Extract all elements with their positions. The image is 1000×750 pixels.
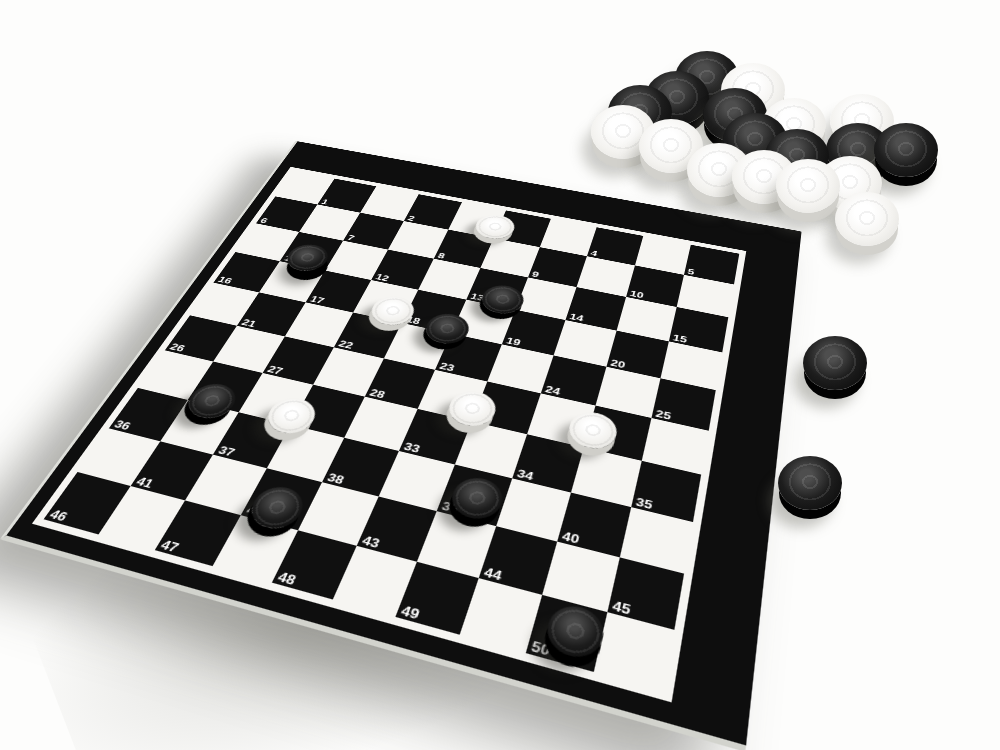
square-number: 47 bbox=[159, 538, 182, 555]
loose-checker-black-20 bbox=[778, 456, 842, 510]
loose-checker-white-18 bbox=[835, 192, 899, 246]
loose-checker-white-17 bbox=[776, 159, 840, 213]
square-number: 48 bbox=[276, 570, 298, 587]
loose-checker-black-19 bbox=[803, 336, 867, 390]
square-number: 49 bbox=[399, 603, 421, 621]
square-number: 50 bbox=[530, 639, 552, 658]
product-photo-stage: 1234567891011121314151617181920212223242… bbox=[0, 0, 1000, 750]
square-number: 46 bbox=[47, 507, 70, 523]
loose-checker-black-12 bbox=[874, 123, 938, 177]
